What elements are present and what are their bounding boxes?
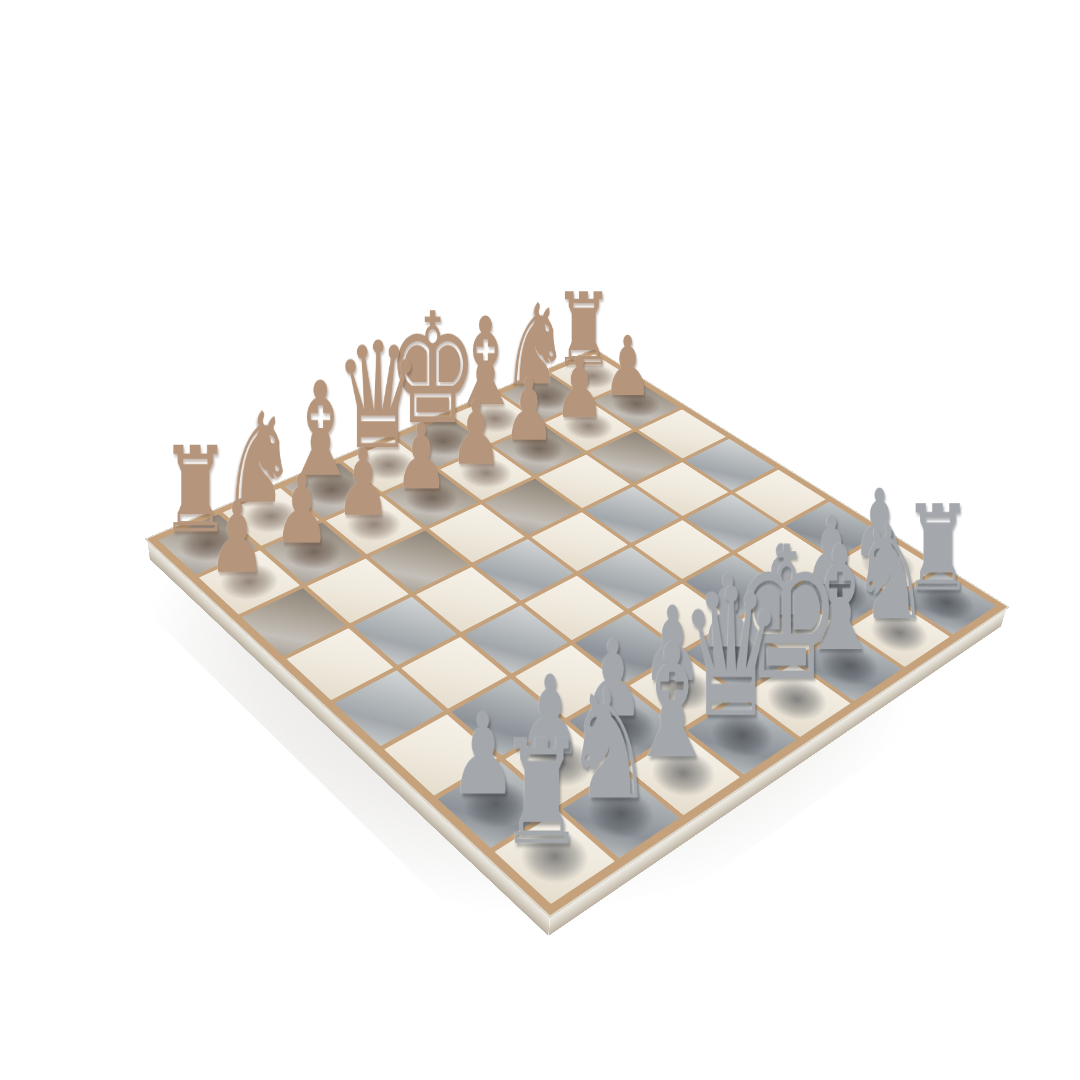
chess-board: ♜♟♟♜♞♟♟♞♝♟♟♝♚♟♟♚♛♟♟♛♝♟♟♝♞♟♟♞♜♟♟♜ (147, 349, 1007, 915)
black-pawn-icon: ♟ (179, 489, 295, 587)
product-photo-stage: ♜♟♟♜♞♟♟♞♝♟♟♝♚♟♟♚♛♟♟♛♝♟♟♝♞♟♟♞♜♟♟♜ (0, 0, 1080, 1080)
white-rook-icon: ♜ (473, 720, 611, 865)
board-squares-grid: ♜♟♟♜♞♟♟♞♝♟♟♝♚♟♟♚♛♟♟♛♝♟♟♝♞♟♟♞♜♟♟♜ (147, 349, 1007, 915)
